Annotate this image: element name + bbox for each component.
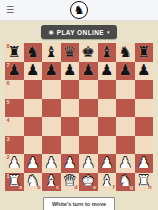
coord-label-file-e: e — [93, 185, 96, 191]
piece-white-king: ♚ — [82, 174, 95, 189]
piece-black-pawn: ♟ — [119, 63, 132, 78]
square-g6[interactable] — [116, 80, 135, 99]
coord-label-rank-8: 8 — [7, 44, 10, 50]
square-e7[interactable]: ♟ — [79, 62, 98, 81]
square-f1[interactable]: f♝ — [98, 173, 117, 192]
piece-black-pawn: ♟ — [8, 63, 21, 78]
square-e5[interactable] — [79, 99, 98, 118]
coord-label-file-c: c — [56, 185, 59, 191]
square-c5[interactable] — [42, 99, 61, 118]
square-d1[interactable]: d♛ — [61, 173, 80, 192]
piece-white-pawn: ♟ — [100, 155, 113, 170]
square-d2[interactable]: ♟ — [61, 154, 80, 173]
piece-white-bishop: ♝ — [100, 174, 113, 189]
piece-white-pawn: ♟ — [45, 155, 58, 170]
square-g3[interactable] — [116, 136, 135, 155]
piece-black-pawn: ♟ — [82, 63, 95, 78]
piece-black-pawn: ♟ — [45, 63, 58, 78]
square-b7[interactable]: ♟ — [24, 62, 43, 81]
square-f3[interactable] — [98, 136, 117, 155]
square-a5[interactable]: 5 — [5, 99, 24, 118]
play-online-button[interactable]: ◉ PLAY ONLINE ▾ — [41, 25, 116, 39]
globe-icon: ◉ — [48, 29, 53, 35]
square-e6[interactable] — [79, 80, 98, 99]
piece-white-rook: ♜ — [137, 174, 150, 189]
square-f2[interactable]: ♟ — [98, 154, 117, 173]
piece-white-queen: ♛ — [63, 174, 76, 189]
square-c4[interactable] — [42, 117, 61, 136]
coord-label-rank-1: 1 — [7, 174, 10, 180]
square-f5[interactable] — [98, 99, 117, 118]
square-a1[interactable]: 1a♜ — [5, 173, 24, 192]
piece-white-knight: ♞ — [26, 174, 39, 189]
hamburger-menu-icon[interactable]: ☰ — [6, 5, 14, 15]
coord-label-rank-4: 4 — [7, 118, 10, 124]
square-c7[interactable]: ♟ — [42, 62, 61, 81]
square-c1[interactable]: c♝ — [42, 173, 61, 192]
piece-white-pawn: ♟ — [119, 155, 132, 170]
square-a7[interactable]: 7♟ — [5, 62, 24, 81]
square-d5[interactable] — [61, 99, 80, 118]
coord-label-rank-5: 5 — [7, 100, 10, 106]
square-d3[interactable] — [61, 136, 80, 155]
piece-white-pawn: ♟ — [82, 155, 95, 170]
coord-label-rank-7: 7 — [7, 63, 10, 69]
square-e3[interactable] — [79, 136, 98, 155]
square-c2[interactable]: ♟ — [42, 154, 61, 173]
site-logo[interactable]: ♞ — [70, 1, 88, 19]
square-h3[interactable] — [135, 136, 154, 155]
square-b8[interactable]: ♞ — [24, 43, 43, 62]
status-row: White's turn to move — [0, 197, 158, 210]
square-b6[interactable] — [24, 80, 43, 99]
square-h5[interactable] — [135, 99, 154, 118]
square-f4[interactable] — [98, 117, 117, 136]
square-d6[interactable] — [61, 80, 80, 99]
square-c3[interactable] — [42, 136, 61, 155]
square-a8[interactable]: 8♜ — [5, 43, 24, 62]
piece-black-knight: ♞ — [26, 44, 39, 59]
square-f6[interactable] — [98, 80, 117, 99]
top-app-bar: ☰ ♞ — [0, 0, 158, 21]
square-b3[interactable] — [24, 136, 43, 155]
piece-white-pawn: ♟ — [26, 155, 39, 170]
chess-board: 8♜♞♝♛♚♝♞♜7♟♟♟♟♟♟♟♟65432♟♟♟♟♟♟♟♟1a♜b♞c♝d♛… — [5, 43, 153, 191]
coord-label-rank-6: 6 — [7, 81, 10, 87]
square-e8[interactable]: ♚ — [79, 43, 98, 62]
square-a3[interactable]: 3 — [5, 136, 24, 155]
square-g7[interactable]: ♟ — [116, 62, 135, 81]
piece-white-pawn: ♟ — [137, 155, 150, 170]
square-a2[interactable]: 2♟ — [5, 154, 24, 173]
square-e4[interactable] — [79, 117, 98, 136]
square-f7[interactable]: ♟ — [98, 62, 117, 81]
piece-black-king: ♚ — [82, 44, 95, 59]
square-h8[interactable]: ♜ — [135, 43, 154, 62]
square-e2[interactable]: ♟ — [79, 154, 98, 173]
piece-white-bishop: ♝ — [45, 174, 58, 189]
square-g2[interactable]: ♟ — [116, 154, 135, 173]
coord-label-file-a: a — [19, 185, 22, 191]
square-f8[interactable]: ♝ — [98, 43, 117, 62]
piece-black-rook: ♜ — [137, 44, 150, 59]
piece-white-pawn: ♟ — [63, 155, 76, 170]
square-a6[interactable]: 6 — [5, 80, 24, 99]
square-h4[interactable] — [135, 117, 154, 136]
square-d4[interactable] — [61, 117, 80, 136]
piece-black-bishop: ♝ — [100, 44, 113, 59]
coord-label-rank-3: 3 — [7, 137, 10, 143]
piece-black-queen: ♛ — [63, 44, 76, 59]
square-h6[interactable] — [135, 80, 154, 99]
piece-black-pawn: ♟ — [63, 63, 76, 78]
play-online-bar: ◉ PLAY ONLINE ▾ — [0, 21, 158, 43]
square-c8[interactable]: ♝ — [42, 43, 61, 62]
square-g5[interactable] — [116, 99, 135, 118]
play-online-label: PLAY ONLINE — [57, 29, 104, 36]
square-g8[interactable]: ♞ — [116, 43, 135, 62]
square-b2[interactable]: ♟ — [24, 154, 43, 173]
square-c6[interactable] — [42, 80, 61, 99]
piece-white-knight: ♞ — [119, 174, 132, 189]
square-e1[interactable]: e♚ — [79, 173, 98, 192]
piece-white-pawn: ♟ — [8, 155, 21, 170]
coord-label-file-d: d — [74, 185, 77, 191]
square-h7[interactable]: ♟ — [135, 62, 154, 81]
square-b5[interactable] — [24, 99, 43, 118]
piece-white-rook: ♜ — [8, 174, 21, 189]
piece-black-pawn: ♟ — [26, 63, 39, 78]
square-g1[interactable]: g♞ — [116, 173, 135, 192]
square-b1[interactable]: b♞ — [24, 173, 43, 192]
piece-black-pawn: ♟ — [100, 63, 113, 78]
coord-label-rank-2: 2 — [7, 155, 10, 161]
square-g4[interactable] — [116, 117, 135, 136]
square-d8[interactable]: ♛ — [61, 43, 80, 62]
coord-label-file-g: g — [130, 185, 133, 191]
piece-black-knight: ♞ — [119, 44, 132, 59]
square-a4[interactable]: 4 — [5, 117, 24, 136]
coord-label-file-b: b — [37, 185, 40, 191]
turn-status-badge: White's turn to move — [43, 197, 115, 210]
piece-black-bishop: ♝ — [45, 44, 58, 59]
square-d7[interactable]: ♟ — [61, 62, 80, 81]
coord-label-file-h: h — [148, 185, 151, 191]
square-h2[interactable]: ♟ — [135, 154, 154, 173]
piece-black-pawn: ♟ — [137, 63, 150, 78]
piece-black-rook: ♜ — [8, 44, 21, 59]
square-h1[interactable]: h♜ — [135, 173, 154, 192]
square-b4[interactable] — [24, 117, 43, 136]
chevron-down-icon: ▾ — [107, 30, 110, 35]
coord-label-file-f: f — [113, 185, 115, 191]
knight-logo-icon: ♞ — [74, 4, 85, 16]
